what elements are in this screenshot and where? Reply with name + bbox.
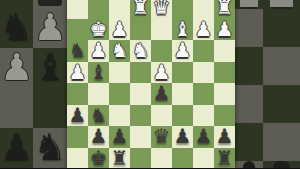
square-b5[interactable] <box>193 83 214 105</box>
background-white-pawn: ♟ <box>0 49 33 86</box>
black-pawn[interactable]: ♟ <box>193 126 214 148</box>
square-a8[interactable]: ♜ <box>214 148 235 169</box>
background-square <box>235 47 263 85</box>
background-square: ♟ <box>0 48 33 88</box>
square-b6[interactable] <box>193 105 214 127</box>
black-pawn[interactable]: ♟ <box>88 126 109 148</box>
background-square <box>33 88 67 128</box>
video-frame: ♞♟♟♝♟♞ ♜♛♜♚♟♝♟♟♞♟♞♞♟♟♝♟♟♟♞♟♟♛♟♟♟♚♜♜ <box>0 0 300 168</box>
white-bishop[interactable]: ♝ <box>172 19 193 41</box>
background-square <box>263 123 300 161</box>
white-knight[interactable]: ♞ <box>130 40 151 62</box>
background-square: ♞ <box>0 8 33 48</box>
square-h8[interactable] <box>67 148 88 169</box>
black-rook[interactable]: ♜ <box>109 148 130 169</box>
square-f2[interactable]: ♟ <box>109 19 130 41</box>
background-square <box>263 9 300 47</box>
square-e1[interactable]: ♜ <box>130 0 151 19</box>
square-c6[interactable] <box>172 105 193 127</box>
square-e5[interactable] <box>130 83 151 105</box>
square-h5[interactable] <box>67 83 88 105</box>
white-pawn[interactable]: ♟ <box>214 19 235 41</box>
white-pawn[interactable]: ♟ <box>109 19 130 41</box>
background-square <box>263 47 300 85</box>
white-pawn[interactable]: ♟ <box>151 62 172 84</box>
square-h7[interactable] <box>67 126 88 148</box>
square-h6[interactable]: ♟ <box>67 105 88 127</box>
square-d3[interactable] <box>151 40 172 62</box>
background-piece-fragment <box>273 161 289 168</box>
background-square: ♟ <box>33 8 67 48</box>
background-square <box>33 0 67 8</box>
background-white-pawn: ♟ <box>33 9 66 46</box>
background-square <box>263 0 300 9</box>
background-piece-fragment <box>243 161 255 168</box>
square-c7[interactable]: ♟ <box>172 126 193 148</box>
square-a2[interactable]: ♟ <box>214 19 235 41</box>
square-c2[interactable]: ♝ <box>172 19 193 41</box>
black-pawn[interactable]: ♟ <box>214 126 235 148</box>
square-f3[interactable]: ♞ <box>109 40 130 62</box>
black-pawn[interactable]: ♟ <box>109 126 130 148</box>
square-g1[interactable] <box>88 0 109 19</box>
background-left-strip: ♞♟♟♝♟♞ <box>0 0 67 168</box>
background-square <box>235 9 263 47</box>
background-black-knight: ♞ <box>33 129 66 166</box>
square-a4[interactable] <box>214 62 235 84</box>
square-h2[interactable] <box>67 19 88 41</box>
black-pawn[interactable]: ♟ <box>151 83 172 105</box>
background-square <box>235 123 263 161</box>
white-queen[interactable]: ♛ <box>151 0 172 19</box>
square-b7[interactable]: ♟ <box>193 126 214 148</box>
square-f4[interactable] <box>109 62 130 84</box>
background-square <box>0 0 33 8</box>
square-d7[interactable]: ♛ <box>151 126 172 148</box>
background-square <box>235 161 263 168</box>
black-rook[interactable]: ♜ <box>214 148 235 169</box>
background-piece-fragment <box>38 0 62 6</box>
square-f8[interactable]: ♜ <box>109 148 130 169</box>
white-pawn[interactable]: ♟ <box>193 19 214 41</box>
square-g7[interactable]: ♟ <box>88 126 109 148</box>
background-right-strip <box>235 0 300 168</box>
background-black-knight: ♞ <box>0 9 33 46</box>
square-a5[interactable] <box>214 83 235 105</box>
background-square <box>235 0 263 9</box>
background-square <box>235 85 263 123</box>
black-pawn[interactable]: ♟ <box>172 126 193 148</box>
square-g5[interactable] <box>88 83 109 105</box>
white-rook[interactable]: ♜ <box>130 0 151 19</box>
background-black-bishop: ♝ <box>33 49 66 86</box>
square-b4[interactable] <box>193 62 214 84</box>
square-c5[interactable] <box>172 83 193 105</box>
chess-board: ♜♛♜♚♟♝♟♟♞♟♞♞♟♟♝♟♟♟♞♟♟♛♟♟♟♚♜♜ <box>67 0 235 168</box>
square-f1[interactable] <box>109 0 130 19</box>
square-g4[interactable]: ♝ <box>88 62 109 84</box>
black-king[interactable]: ♚ <box>88 148 109 169</box>
white-pawn[interactable]: ♟ <box>67 62 88 84</box>
square-a1[interactable]: ♜ <box>214 0 235 19</box>
square-a7[interactable]: ♟ <box>214 126 235 148</box>
background-square <box>263 85 300 123</box>
square-d6[interactable] <box>151 105 172 127</box>
square-d4[interactable]: ♟ <box>151 62 172 84</box>
square-a6[interactable] <box>214 105 235 127</box>
square-g3[interactable]: ♟ <box>88 40 109 62</box>
square-d1[interactable]: ♛ <box>151 0 172 19</box>
white-rook[interactable]: ♜ <box>214 0 235 19</box>
black-knight[interactable]: ♞ <box>67 40 88 62</box>
white-pawn[interactable]: ♟ <box>88 40 109 62</box>
black-knight[interactable]: ♞ <box>88 105 109 127</box>
background-square: ♝ <box>33 48 67 88</box>
square-b2[interactable]: ♟ <box>193 19 214 41</box>
square-c4[interactable] <box>172 62 193 84</box>
background-black-pawn: ♟ <box>0 129 33 166</box>
square-f5[interactable] <box>109 83 130 105</box>
black-bishop[interactable]: ♝ <box>88 62 109 84</box>
background-piece-fragment <box>240 0 258 9</box>
square-e7[interactable] <box>130 126 151 148</box>
background-square: ♞ <box>33 128 67 168</box>
square-d8[interactable] <box>151 148 172 169</box>
square-h3[interactable]: ♞ <box>67 40 88 62</box>
square-d2[interactable] <box>151 19 172 41</box>
background-piece-fragment <box>270 0 294 9</box>
black-pawn[interactable]: ♟ <box>67 105 88 127</box>
square-e4[interactable] <box>130 62 151 84</box>
square-b3[interactable] <box>193 40 214 62</box>
square-f6[interactable] <box>109 105 130 127</box>
square-a3[interactable] <box>214 40 235 62</box>
white-pawn[interactable]: ♟ <box>172 40 193 62</box>
square-g8[interactable]: ♚ <box>88 148 109 169</box>
square-f7[interactable]: ♟ <box>109 126 130 148</box>
square-e2[interactable] <box>130 19 151 41</box>
square-h4[interactable]: ♟ <box>67 62 88 84</box>
background-square <box>263 161 300 168</box>
white-knight[interactable]: ♞ <box>109 40 130 62</box>
square-h1[interactable] <box>67 0 88 19</box>
square-c1[interactable] <box>172 0 193 19</box>
background-square: ♟ <box>0 128 33 168</box>
square-d5[interactable]: ♟ <box>151 83 172 105</box>
square-c8[interactable] <box>172 148 193 169</box>
background-square <box>0 88 33 128</box>
square-e3[interactable]: ♞ <box>130 40 151 62</box>
white-king[interactable]: ♚ <box>88 19 109 41</box>
square-b1[interactable] <box>193 0 214 19</box>
square-b8[interactable] <box>193 148 214 169</box>
square-g2[interactable]: ♚ <box>88 19 109 41</box>
square-c3[interactable]: ♟ <box>172 40 193 62</box>
black-queen[interactable]: ♛ <box>151 126 172 148</box>
square-e8[interactable] <box>130 148 151 169</box>
square-g6[interactable]: ♞ <box>88 105 109 127</box>
square-e6[interactable] <box>130 105 151 127</box>
